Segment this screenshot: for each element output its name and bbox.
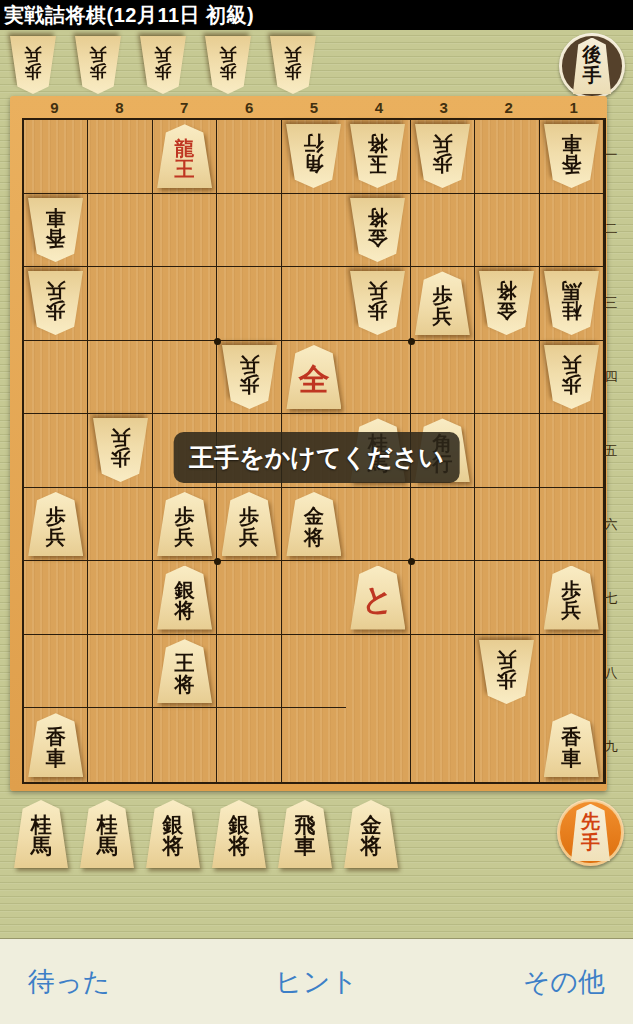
- cell-2-8[interactable]: 歩兵: [475, 635, 539, 709]
- cell-8-3[interactable]: [88, 267, 152, 341]
- sente-piece-龍王[interactable]: 龍王: [157, 124, 212, 188]
- gote-badge: 後手: [559, 33, 625, 99]
- sente-piece-銀将[interactable]: 銀将: [157, 566, 212, 630]
- rank-labels: 一二三四五六七八九: [597, 118, 625, 784]
- cell-1-3[interactable]: 桂馬: [540, 267, 604, 341]
- rank-label-8: 八: [597, 636, 625, 710]
- hoshi-dot: [408, 338, 415, 345]
- piece-label: 歩兵: [497, 649, 517, 690]
- piece-label: 歩兵: [368, 281, 388, 322]
- cell-1-7[interactable]: 歩兵: [540, 561, 604, 635]
- sente-piece-全[interactable]: 全: [286, 345, 341, 409]
- cell-8-7[interactable]: [88, 561, 152, 635]
- piece-label: 銀将: [229, 815, 250, 858]
- gote-hand-tray: 歩兵歩兵歩兵歩兵歩兵: [10, 36, 316, 94]
- piece-label: 歩兵: [25, 46, 42, 81]
- cell-6-6[interactable]: 歩兵: [217, 488, 281, 562]
- cell-1-2[interactable]: [540, 194, 604, 268]
- file-label-7: 7: [152, 96, 217, 118]
- cell-3-9[interactable]: [411, 708, 475, 782]
- cell-3-1[interactable]: 歩兵: [411, 120, 475, 194]
- cell-9-9[interactable]: 香車: [24, 708, 88, 782]
- piece-label: 歩兵: [46, 506, 66, 547]
- file-label-1: 1: [541, 96, 606, 118]
- cell-4-1[interactable]: 玉将: [346, 120, 410, 194]
- piece-label: 桂馬: [97, 815, 118, 858]
- piece-label: 香車: [46, 727, 66, 768]
- sente-piece-と[interactable]: と: [350, 566, 405, 630]
- gote-piece-香車[interactable]: 香車: [544, 124, 599, 188]
- cell-2-2[interactable]: [475, 194, 539, 268]
- piece-label: 金将: [497, 281, 517, 322]
- cell-7-6[interactable]: 歩兵: [153, 488, 217, 562]
- cell-9-1[interactable]: [24, 120, 88, 194]
- gote-piece-歩兵[interactable]: 歩兵: [350, 271, 405, 335]
- piece-label: 全: [298, 364, 329, 396]
- piece-label: と: [362, 584, 394, 616]
- gote-piece-金将[interactable]: 金将: [350, 198, 405, 262]
- cell-9-2[interactable]: 香車: [24, 194, 88, 268]
- piece-label: 歩兵: [90, 46, 107, 81]
- file-labels: 987654321: [22, 96, 606, 118]
- piece-label: 歩兵: [155, 46, 172, 81]
- cell-9-7[interactable]: [24, 561, 88, 635]
- cell-6-7[interactable]: [217, 561, 281, 635]
- sente-piece-香車[interactable]: 香車: [544, 713, 599, 777]
- piece-label: 歩兵: [239, 354, 259, 395]
- piece-label: 歩兵: [175, 506, 195, 547]
- sente-piece-桂馬[interactable]: 桂馬: [80, 800, 134, 868]
- rank-label-9: 九: [597, 710, 625, 784]
- cell-8-2[interactable]: [88, 194, 152, 268]
- cell-8-6[interactable]: [88, 488, 152, 562]
- gote-piece-歩兵[interactable]: 歩兵: [270, 36, 316, 94]
- file-label-3: 3: [411, 96, 476, 118]
- cell-5-1[interactable]: 角行: [282, 120, 346, 194]
- cell-8-1[interactable]: [88, 120, 152, 194]
- cell-2-4[interactable]: [475, 341, 539, 415]
- sente-piece-歩兵[interactable]: 歩兵: [544, 566, 599, 630]
- cell-4-7[interactable]: と: [346, 561, 410, 635]
- cell-9-3[interactable]: 歩兵: [24, 267, 88, 341]
- gote-piece-歩兵[interactable]: 歩兵: [222, 345, 277, 409]
- cell-5-2[interactable]: [282, 194, 346, 268]
- cell-2-6[interactable]: [475, 488, 539, 562]
- gote-piece-香車[interactable]: 香車: [28, 198, 83, 262]
- gote-piece-歩兵[interactable]: 歩兵: [205, 36, 251, 94]
- cell-6-2[interactable]: [217, 194, 281, 268]
- rank-label-7: 七: [597, 562, 625, 636]
- cell-4-3[interactable]: 歩兵: [346, 267, 410, 341]
- file-label-5: 5: [282, 96, 347, 118]
- cell-6-8[interactable]: [217, 635, 281, 709]
- file-label-4: 4: [346, 96, 411, 118]
- cell-7-1[interactable]: 龍王: [153, 120, 217, 194]
- piece-label: 桂馬: [31, 815, 52, 858]
- sente-piece-歩兵[interactable]: 歩兵: [157, 492, 212, 556]
- piece-label: 歩兵: [46, 281, 66, 322]
- cell-5-7[interactable]: [282, 561, 346, 635]
- title-bar: 実戦詰将棋(12月11日 初級): [0, 0, 633, 30]
- sente-piece-銀将[interactable]: 銀将: [212, 800, 266, 868]
- piece-label: 銀将: [163, 815, 184, 858]
- cell-3-6[interactable]: [411, 488, 475, 562]
- sente-piece-飛車[interactable]: 飛車: [278, 800, 332, 868]
- gote-piece-歩兵[interactable]: 歩兵: [93, 418, 148, 482]
- rank-label-2: 二: [597, 192, 625, 266]
- cell-4-6[interactable]: [346, 488, 410, 562]
- piece-label: 歩兵: [110, 428, 130, 469]
- cell-7-2[interactable]: [153, 194, 217, 268]
- cell-9-5[interactable]: [24, 414, 88, 488]
- cell-9-4[interactable]: [24, 341, 88, 415]
- sente-piece-歩兵[interactable]: 歩兵: [222, 492, 277, 556]
- gote-piece-歩兵[interactable]: 歩兵: [479, 640, 534, 704]
- piece-label: 歩兵: [432, 133, 452, 174]
- piece-label: 歩兵: [285, 46, 302, 81]
- cell-1-1[interactable]: 香車: [540, 120, 604, 194]
- piece-label: 香車: [561, 133, 581, 174]
- cell-3-3[interactable]: 歩兵: [411, 267, 475, 341]
- gote-piece-角行[interactable]: 角行: [286, 124, 341, 188]
- cell-3-2[interactable]: [411, 194, 475, 268]
- gote-piece-歩兵[interactable]: 歩兵: [28, 271, 83, 335]
- piece-label: 金将: [304, 506, 324, 547]
- cell-7-4[interactable]: [153, 341, 217, 415]
- cell-1-8[interactable]: [540, 635, 604, 709]
- sente-hand-tray: 桂馬桂馬銀将銀将飛車金将: [14, 800, 398, 868]
- file-label-2: 2: [476, 96, 541, 118]
- cell-1-6[interactable]: [540, 488, 604, 562]
- sente-piece-香車[interactable]: 香車: [28, 713, 83, 777]
- piece-label: 銀将: [175, 580, 195, 621]
- gote-badge-label: 後手: [583, 45, 602, 87]
- shogi-app: 実戦詰将棋(12月11日 初級) 歩兵歩兵歩兵歩兵歩兵 後手 987654321…: [0, 0, 633, 1024]
- cell-2-1[interactable]: [475, 120, 539, 194]
- piece-label: 香車: [46, 207, 66, 248]
- gote-piece-歩兵[interactable]: 歩兵: [75, 36, 121, 94]
- piece-label: 龍王: [175, 138, 195, 179]
- cell-9-6[interactable]: 歩兵: [24, 488, 88, 562]
- piece-label: 香車: [561, 727, 581, 768]
- piece-label: 歩兵: [220, 46, 237, 81]
- cell-5-9[interactable]: [282, 708, 346, 782]
- rank-label-6: 六: [597, 488, 625, 562]
- piece-label: 王将: [175, 653, 195, 694]
- piece-label: 金将: [368, 207, 388, 248]
- sente-piece-金将[interactable]: 金将: [286, 492, 341, 556]
- gote-piece-玉将[interactable]: 玉将: [350, 124, 405, 188]
- cell-6-3[interactable]: [217, 267, 281, 341]
- cell-5-3[interactable]: [282, 267, 346, 341]
- cell-8-9[interactable]: [88, 708, 152, 782]
- cell-4-9[interactable]: [346, 708, 410, 782]
- gote-piece-金将[interactable]: 金将: [479, 271, 534, 335]
- cell-1-5[interactable]: [540, 414, 604, 488]
- piece-label: 金将: [361, 815, 382, 858]
- cell-3-7[interactable]: [411, 561, 475, 635]
- file-label-9: 9: [22, 96, 87, 118]
- cell-7-9[interactable]: [153, 708, 217, 782]
- hoshi-dot: [214, 338, 221, 345]
- cell-2-3[interactable]: 金将: [475, 267, 539, 341]
- app-title: 実戦詰将棋(12月11日 初級): [0, 2, 254, 29]
- cell-9-8[interactable]: [24, 635, 88, 709]
- sente-piece-銀将[interactable]: 銀将: [146, 800, 200, 868]
- rank-label-4: 四: [597, 340, 625, 414]
- sente-piece-金将[interactable]: 金将: [344, 800, 398, 868]
- sente-piece-歩兵[interactable]: 歩兵: [28, 492, 83, 556]
- cell-4-4[interactable]: [346, 341, 410, 415]
- bottom-toolbar: 待った ヒント その他: [0, 938, 633, 1024]
- piece-label: 玉将: [368, 133, 388, 174]
- piece-label: 歩兵: [432, 285, 452, 326]
- undo-button[interactable]: 待った: [22, 963, 116, 1001]
- cell-5-6[interactable]: 金将: [282, 488, 346, 562]
- piece-label: 飛車: [295, 815, 316, 858]
- hoshi-dot: [408, 558, 415, 565]
- cell-2-9[interactable]: [475, 708, 539, 782]
- cell-2-5[interactable]: [475, 414, 539, 488]
- rank-label-1: 一: [597, 118, 625, 192]
- piece-label: 桂馬: [561, 281, 581, 322]
- other-button[interactable]: その他: [517, 963, 611, 1001]
- cell-6-9[interactable]: [217, 708, 281, 782]
- cell-1-9[interactable]: 香車: [540, 708, 604, 782]
- sente-piece-桂馬[interactable]: 桂馬: [14, 800, 68, 868]
- cell-1-4[interactable]: 歩兵: [540, 341, 604, 415]
- gote-piece-歩兵[interactable]: 歩兵: [140, 36, 186, 94]
- gote-piece-歩兵[interactable]: 歩兵: [415, 124, 470, 188]
- piece-label: 歩兵: [561, 580, 581, 621]
- cell-8-8[interactable]: [88, 635, 152, 709]
- cell-7-8[interactable]: 王将: [153, 635, 217, 709]
- cell-4-8[interactable]: [346, 635, 410, 709]
- sente-piece-歩兵[interactable]: 歩兵: [415, 271, 470, 335]
- rank-label-5: 五: [597, 414, 625, 488]
- gote-piece-桂馬[interactable]: 桂馬: [544, 271, 599, 335]
- file-label-8: 8: [87, 96, 152, 118]
- cell-2-7[interactable]: [475, 561, 539, 635]
- cell-6-4[interactable]: 歩兵: [217, 341, 281, 415]
- gote-piece-歩兵[interactable]: 歩兵: [10, 36, 56, 94]
- cell-8-5[interactable]: 歩兵: [88, 414, 152, 488]
- piece-label: 歩兵: [561, 354, 581, 395]
- cell-5-4[interactable]: 全: [282, 341, 346, 415]
- cell-7-3[interactable]: [153, 267, 217, 341]
- cell-7-7[interactable]: 銀将: [153, 561, 217, 635]
- cell-4-2[interactable]: 金将: [346, 194, 410, 268]
- hint-button[interactable]: ヒント: [269, 963, 364, 1001]
- sente-piece-王将[interactable]: 王将: [157, 639, 212, 703]
- sente-badge-label: 先手: [581, 812, 600, 854]
- file-label-6: 6: [217, 96, 282, 118]
- cell-3-8[interactable]: [411, 635, 475, 709]
- gote-piece-歩兵[interactable]: 歩兵: [544, 345, 599, 409]
- piece-label: 歩兵: [239, 506, 259, 547]
- check-prompt-toast: 王手をかけてください: [173, 432, 460, 483]
- cell-3-4[interactable]: [411, 341, 475, 415]
- cell-5-8[interactable]: [282, 635, 346, 709]
- sente-badge: 先手: [557, 799, 624, 866]
- piece-label: 角行: [304, 133, 324, 174]
- cell-6-1[interactable]: [217, 120, 281, 194]
- rank-label-3: 三: [597, 266, 625, 340]
- cell-8-4[interactable]: [88, 341, 152, 415]
